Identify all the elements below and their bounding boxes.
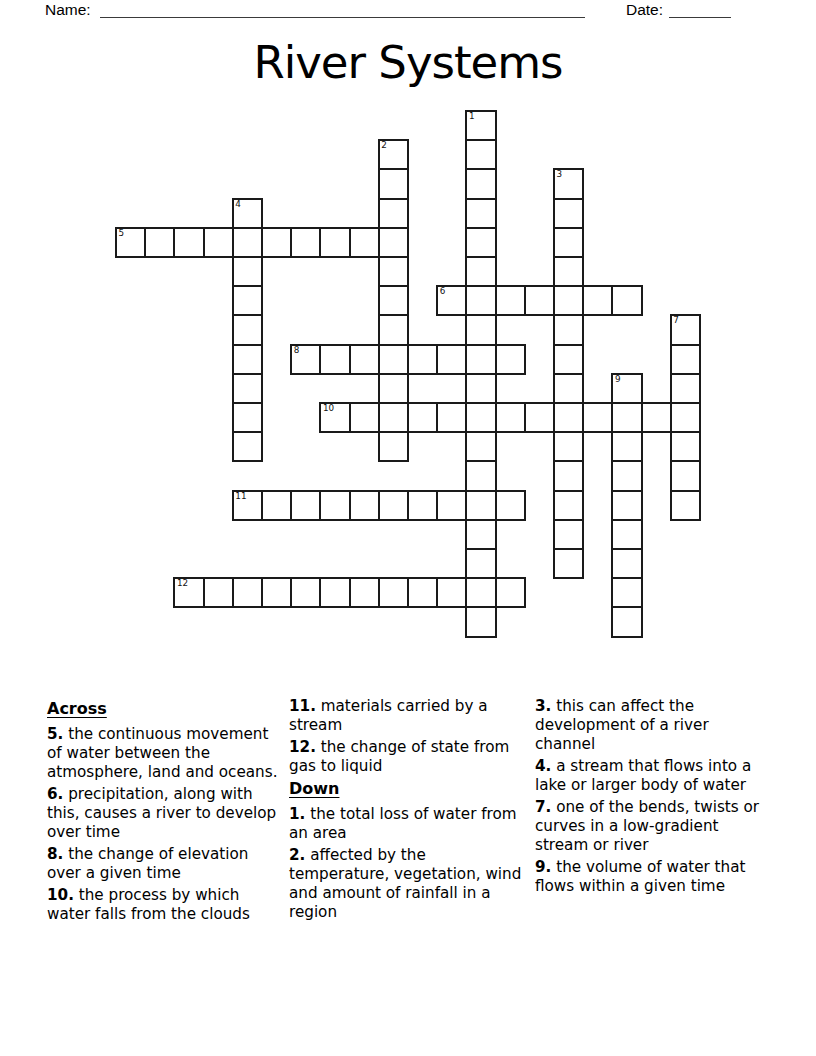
grid-cell[interactable] — [144, 227, 175, 258]
grid-cell[interactable] — [553, 460, 584, 491]
grid-cell[interactable] — [378, 168, 409, 199]
cell-number: 8 — [294, 346, 300, 355]
clue-number: 1. — [289, 805, 305, 823]
cell-number: 7 — [673, 316, 679, 325]
grid-cell[interactable] — [232, 577, 263, 608]
grid-cell[interactable] — [378, 373, 409, 404]
grid-cell[interactable] — [232, 373, 263, 404]
crossword-grid: 123456789101112 — [115, 110, 701, 638]
grid-cell[interactable] — [670, 460, 701, 491]
grid-cell[interactable] — [378, 344, 409, 375]
grid-cell[interactable] — [436, 344, 467, 375]
clue-item: 3. this can affect the development of a … — [535, 697, 772, 754]
puzzle-title: River Systems — [0, 36, 816, 89]
clue-item: 8. the change of elevation over a given … — [47, 845, 280, 883]
grid-cell[interactable] — [319, 577, 350, 608]
name-blank-line — [100, 17, 585, 18]
cell-number: 9 — [615, 375, 621, 384]
clue-number: 8. — [47, 845, 63, 863]
grid-cell[interactable] — [232, 314, 263, 345]
grid-cell[interactable] — [553, 490, 584, 521]
grid-cell[interactable] — [553, 373, 584, 404]
grid-cell[interactable] — [378, 285, 409, 316]
cell-number: 10 — [323, 404, 334, 413]
clue-number: 5. — [47, 725, 63, 743]
clue-number: 9. — [535, 858, 551, 876]
grid-cell[interactable] — [611, 460, 642, 491]
grid-cell[interactable] — [203, 577, 234, 608]
grid-cell[interactable]: 7 — [670, 314, 701, 345]
grid-cell[interactable] — [611, 519, 642, 550]
clues-column-1: Across5. the continuous movement of wate… — [47, 697, 280, 927]
grid-cell[interactable]: 1 — [465, 110, 496, 141]
cell-number: 12 — [177, 579, 188, 588]
grid-cell[interactable] — [465, 168, 496, 199]
grid-cell[interactable] — [495, 344, 526, 375]
cell-number: 11 — [235, 492, 246, 501]
grid-cell[interactable]: 8 — [290, 344, 321, 375]
clues-section-header: Across — [47, 699, 280, 719]
grid-cell[interactable] — [553, 256, 584, 287]
grid-cell[interactable]: 4 — [232, 198, 263, 229]
grid-cell[interactable]: 10 — [319, 402, 350, 433]
cell-number: 6 — [440, 287, 446, 296]
clue-number: 12. — [289, 738, 316, 756]
grid-cell[interactable] — [611, 606, 642, 637]
grid-cell[interactable] — [611, 577, 642, 608]
clue-number: 4. — [535, 757, 551, 775]
grid-cell[interactable] — [465, 227, 496, 258]
clue-item: 2. affected by the temperature, vegetati… — [289, 846, 522, 922]
cell-number: 2 — [381, 141, 387, 150]
grid-cell[interactable] — [319, 490, 350, 521]
grid-cell[interactable] — [641, 402, 672, 433]
date-blank-line — [669, 17, 731, 18]
grid-cell[interactable] — [582, 285, 613, 316]
grid-cell[interactable] — [670, 490, 701, 521]
grid-cell[interactable] — [319, 227, 350, 258]
grid-cell[interactable] — [407, 402, 438, 433]
grid-cell[interactable] — [553, 548, 584, 579]
clues-section-header: Down — [289, 779, 522, 799]
clue-number: 2. — [289, 846, 305, 864]
grid-cell[interactable] — [436, 577, 467, 608]
grid-cell[interactable] — [378, 227, 409, 258]
grid-cell[interactable]: 2 — [378, 139, 409, 170]
clue-number: 10. — [47, 886, 74, 904]
grid-cell[interactable] — [553, 198, 584, 229]
clue-item: 6. precipitation, along with this, cause… — [47, 785, 280, 842]
grid-cell[interactable] — [232, 344, 263, 375]
grid-cell[interactable]: 6 — [436, 285, 467, 316]
grid-cell[interactable] — [290, 490, 321, 521]
clue-item: 1. the total loss of water from an area — [289, 805, 522, 843]
clue-number: 7. — [535, 798, 551, 816]
grid-cell[interactable] — [232, 285, 263, 316]
grid-cell[interactable] — [495, 402, 526, 433]
grid-cell[interactable] — [378, 402, 409, 433]
grid-cell[interactable] — [553, 519, 584, 550]
grid-cell[interactable] — [611, 431, 642, 462]
clue-item: 11. materials carried by a stream — [289, 697, 522, 735]
grid-cell[interactable] — [232, 431, 263, 462]
grid-cell[interactable]: 9 — [611, 373, 642, 404]
clue-item: 12. the change of state from gas to liqu… — [289, 738, 522, 776]
grid-cell[interactable] — [349, 402, 380, 433]
grid-cell[interactable] — [436, 402, 467, 433]
grid-cell[interactable] — [465, 606, 496, 637]
grid-cell[interactable] — [553, 285, 584, 316]
clue-item: 7. one of the bends, twists or curves in… — [535, 798, 772, 855]
grid-cell[interactable]: 3 — [553, 168, 584, 199]
grid-cell[interactable] — [232, 256, 263, 287]
grid-cell[interactable] — [465, 139, 496, 170]
grid-cell[interactable] — [670, 373, 701, 404]
grid-cell[interactable] — [465, 402, 496, 433]
grid-cell[interactable] — [465, 373, 496, 404]
grid-cell[interactable] — [378, 198, 409, 229]
cell-number: 1 — [469, 112, 475, 121]
grid-cell[interactable] — [465, 314, 496, 345]
grid-cell[interactable] — [524, 285, 555, 316]
grid-cell[interactable] — [465, 285, 496, 316]
grid-cell[interactable] — [349, 344, 380, 375]
clue-number: 11. — [289, 697, 316, 715]
grid-cell[interactable] — [670, 431, 701, 462]
grid-cell[interactable] — [378, 314, 409, 345]
grid-cell[interactable] — [436, 490, 467, 521]
grid-cell[interactable] — [611, 402, 642, 433]
grid-cell[interactable] — [495, 577, 526, 608]
name-label: Name: — [45, 1, 91, 19]
grid-cell[interactable] — [378, 490, 409, 521]
grid-cell[interactable] — [407, 344, 438, 375]
grid-cell[interactable] — [465, 490, 496, 521]
grid-cell[interactable] — [378, 431, 409, 462]
grid-cell[interactable] — [232, 402, 263, 433]
clue-item: 10. the process by which water falls fro… — [47, 886, 280, 924]
grid-cell[interactable]: 5 — [115, 227, 146, 258]
clues-column-2: 11. materials carried by a stream12. the… — [289, 697, 522, 925]
grid-cell[interactable] — [261, 577, 292, 608]
grid-cell[interactable] — [465, 344, 496, 375]
grid-cell[interactable] — [465, 577, 496, 608]
date-label: Date: — [626, 1, 663, 19]
grid-cell[interactable] — [465, 548, 496, 579]
grid-cell[interactable] — [203, 227, 234, 258]
grid-cell[interactable] — [670, 402, 701, 433]
grid-cell[interactable] — [465, 519, 496, 550]
cell-number: 3 — [557, 170, 563, 179]
grid-cell[interactable] — [611, 490, 642, 521]
clue-item: 4. a stream that flows into a lake or la… — [535, 757, 772, 795]
grid-cell[interactable] — [611, 548, 642, 579]
grid-cell[interactable] — [611, 285, 642, 316]
grid-cell[interactable] — [261, 227, 292, 258]
grid-cell[interactable]: 12 — [173, 577, 204, 608]
grid-cell[interactable] — [290, 227, 321, 258]
grid-cell[interactable] — [553, 344, 584, 375]
grid-cell[interactable] — [378, 256, 409, 287]
grid-cell[interactable] — [349, 577, 380, 608]
grid-cell[interactable] — [349, 490, 380, 521]
grid-cell[interactable] — [465, 431, 496, 462]
cell-number: 5 — [119, 229, 125, 238]
clue-number: 3. — [535, 697, 551, 715]
clue-number: 6. — [47, 785, 63, 803]
grid-cell[interactable] — [670, 344, 701, 375]
grid-cell[interactable] — [553, 314, 584, 345]
grid-cell[interactable] — [290, 577, 321, 608]
grid-cell[interactable] — [465, 460, 496, 491]
grid-cell[interactable] — [553, 402, 584, 433]
cell-number: 4 — [235, 200, 241, 209]
worksheet-page: Name: Date: River Systems 12345678910111… — [0, 0, 816, 1056]
grid-cell[interactable] — [465, 256, 496, 287]
clues-column-3: 3. this can affect the development of a … — [535, 697, 772, 899]
grid-cell[interactable] — [524, 402, 555, 433]
grid-cell[interactable] — [261, 490, 292, 521]
grid-cell[interactable] — [553, 227, 584, 258]
clue-item: 5. the continuous movement of water betw… — [47, 725, 280, 782]
clue-item: 9. the volume of water that flows within… — [535, 858, 772, 896]
grid-cell[interactable]: 11 — [232, 490, 263, 521]
grid-cell[interactable] — [582, 402, 613, 433]
grid-cell[interactable] — [495, 490, 526, 521]
grid-cell[interactable] — [407, 490, 438, 521]
grid-cell[interactable] — [173, 227, 204, 258]
grid-cell[interactable] — [232, 227, 263, 258]
grid-cell[interactable] — [553, 431, 584, 462]
grid-cell[interactable] — [378, 577, 409, 608]
grid-cell[interactable] — [349, 227, 380, 258]
grid-cell[interactable] — [407, 577, 438, 608]
grid-cell[interactable] — [495, 285, 526, 316]
grid-cell[interactable] — [465, 198, 496, 229]
grid-cell[interactable] — [319, 344, 350, 375]
